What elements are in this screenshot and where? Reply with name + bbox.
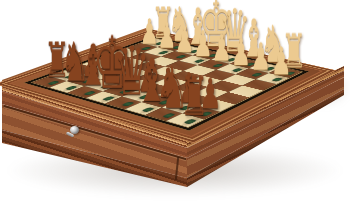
piece-white-pawn: ♟ bbox=[193, 26, 213, 62]
piece-black-rook: ♜ bbox=[180, 70, 209, 123]
piece-white-pawn: ♟ bbox=[175, 22, 194, 58]
piece-white-pawn: ♟ bbox=[251, 38, 271, 76]
piece-white-pawn: ♟ bbox=[212, 30, 232, 67]
piece-white-pawn: ♟ bbox=[271, 42, 292, 80]
piece-white-pawn: ♟ bbox=[231, 34, 251, 71]
chess-set-photo: ♜♟♟♜♞♟♟♞♝♟♟♝♚♟♟♚♛♟♟♛♝♟♟♝♞♟♟♞♜♟♟♜ bbox=[0, 0, 350, 205]
